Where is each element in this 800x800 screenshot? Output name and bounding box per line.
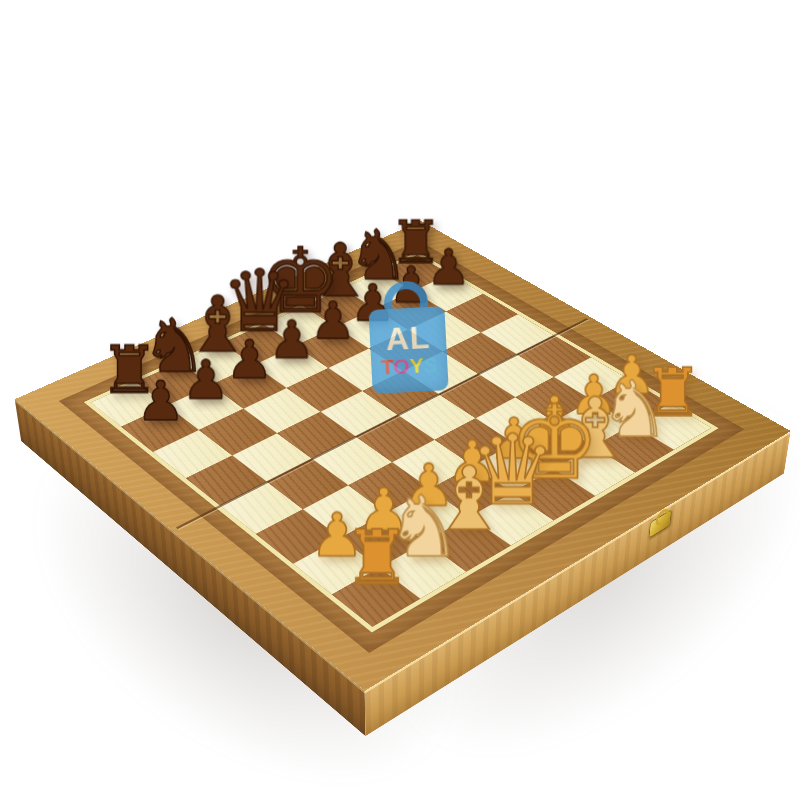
piece-black-pawn-a7[interactable]: ♟ — [89, 374, 230, 429]
brand-name-bottom: TOYS — [367, 353, 452, 378]
shopping-bag-icon: AL TOYS — [368, 306, 448, 394]
brand-name-top: AL — [369, 320, 447, 356]
brand-letter-O: O — [393, 354, 411, 378]
piece-white-rook-a1[interactable]: ♜ — [296, 522, 455, 597]
brand-letter-S: S — [423, 353, 438, 377]
brand-letter-T: T — [380, 355, 394, 379]
brand-letter-Y: Y — [409, 353, 424, 377]
watermark-logo: AL TOYS — [367, 279, 453, 399]
scene: ♜♞♝♛♚♝♞♜♟♟♟♟♟♟♟♟♟♟♟♟♟♟♟♟♜♞♝♛♚♝♞♜ — [0, 0, 800, 800]
product-photo: ♜♞♝♛♚♝♞♜♟♟♟♟♟♟♟♟♟♟♟♟♟♟♟♟♜♞♝♛♚♝♞♜ AL TOYS — [0, 0, 800, 800]
